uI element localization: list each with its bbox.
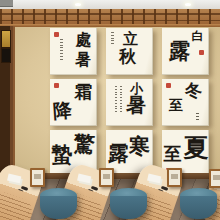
door-glass-pane bbox=[1, 30, 11, 48]
hourglass-stand bbox=[209, 169, 220, 188]
calligraphy-character: 處 bbox=[76, 32, 92, 48]
menu-paper bbox=[77, 174, 91, 184]
calligraphy-character: 至 bbox=[163, 145, 181, 163]
menu-paper bbox=[7, 174, 21, 184]
teal-pouf-seat bbox=[180, 188, 217, 219]
menu-paper bbox=[147, 174, 161, 184]
calligraphy-character: 立 bbox=[123, 32, 138, 47]
inscription-column bbox=[196, 113, 199, 121]
seal-stamp-icon bbox=[199, 50, 204, 55]
calligraphy-character: 驚 bbox=[73, 133, 95, 155]
calligraphy-character: 夏 bbox=[184, 135, 209, 160]
door-dark-pane bbox=[1, 48, 11, 63]
hourglass-stand bbox=[167, 168, 182, 187]
calligraphy-character: 冬 bbox=[185, 82, 202, 99]
recessed-light-icon bbox=[185, 3, 191, 6]
calligraphy-panel-1: 處暑 bbox=[50, 28, 97, 75]
calligraphy-character: 降 bbox=[53, 100, 73, 120]
calligraphy-character: 露 bbox=[108, 143, 128, 163]
calligraphy-character: 暑 bbox=[126, 95, 146, 115]
teal-pouf-seat bbox=[110, 188, 147, 219]
calligraphy-character: 至 bbox=[169, 98, 183, 112]
carved-wood-frieze bbox=[0, 9, 220, 24]
tea-tool bbox=[21, 186, 29, 191]
calligraphy-panel-5: 小暑 bbox=[106, 79, 153, 126]
calligraphy-character: 露 bbox=[169, 40, 190, 61]
ceiling-vent bbox=[0, 0, 13, 7]
inscription-column bbox=[115, 86, 118, 112]
calligraphy-character: 寒 bbox=[129, 135, 150, 156]
calligraphy-panel-4: 霜降 bbox=[50, 79, 97, 126]
inscription-column bbox=[111, 32, 114, 45]
calligraphy-character: 霜 bbox=[74, 83, 92, 101]
calligraphy-panel-3: 白露 bbox=[162, 28, 209, 75]
calligraphy-panel-6: 冬至 bbox=[162, 79, 209, 126]
seal-stamp-icon bbox=[54, 83, 59, 88]
recessed-light-icon bbox=[75, 3, 81, 6]
teal-pouf-seat bbox=[40, 188, 77, 219]
seal-stamp-icon bbox=[166, 83, 171, 88]
inscription-column bbox=[120, 86, 123, 112]
calligraphy-character: 秋 bbox=[119, 48, 136, 65]
calligraphy-character: 暑 bbox=[75, 52, 91, 68]
pouf-side bbox=[40, 196, 77, 219]
hourglass-stand bbox=[30, 168, 45, 187]
hourglass-stand bbox=[99, 168, 114, 187]
tea-tool bbox=[91, 186, 99, 191]
pouf-side bbox=[110, 196, 147, 219]
calligraphy-character: 蟄 bbox=[51, 144, 72, 165]
calligraphy-character: 白 bbox=[191, 30, 203, 42]
wooden-door bbox=[0, 26, 15, 176]
art-grid: 處暑立秋白露霜降小暑冬至蟄驚露寒至夏 bbox=[50, 28, 209, 177]
seal-stamp-icon bbox=[54, 32, 59, 37]
tea-room-scene: 處暑立秋白露霜降小暑冬至蟄驚露寒至夏 bbox=[0, 0, 220, 220]
calligraphy-panel-2: 立秋 bbox=[106, 28, 153, 75]
pouf-side bbox=[180, 196, 217, 219]
inscription-column bbox=[60, 39, 63, 61]
